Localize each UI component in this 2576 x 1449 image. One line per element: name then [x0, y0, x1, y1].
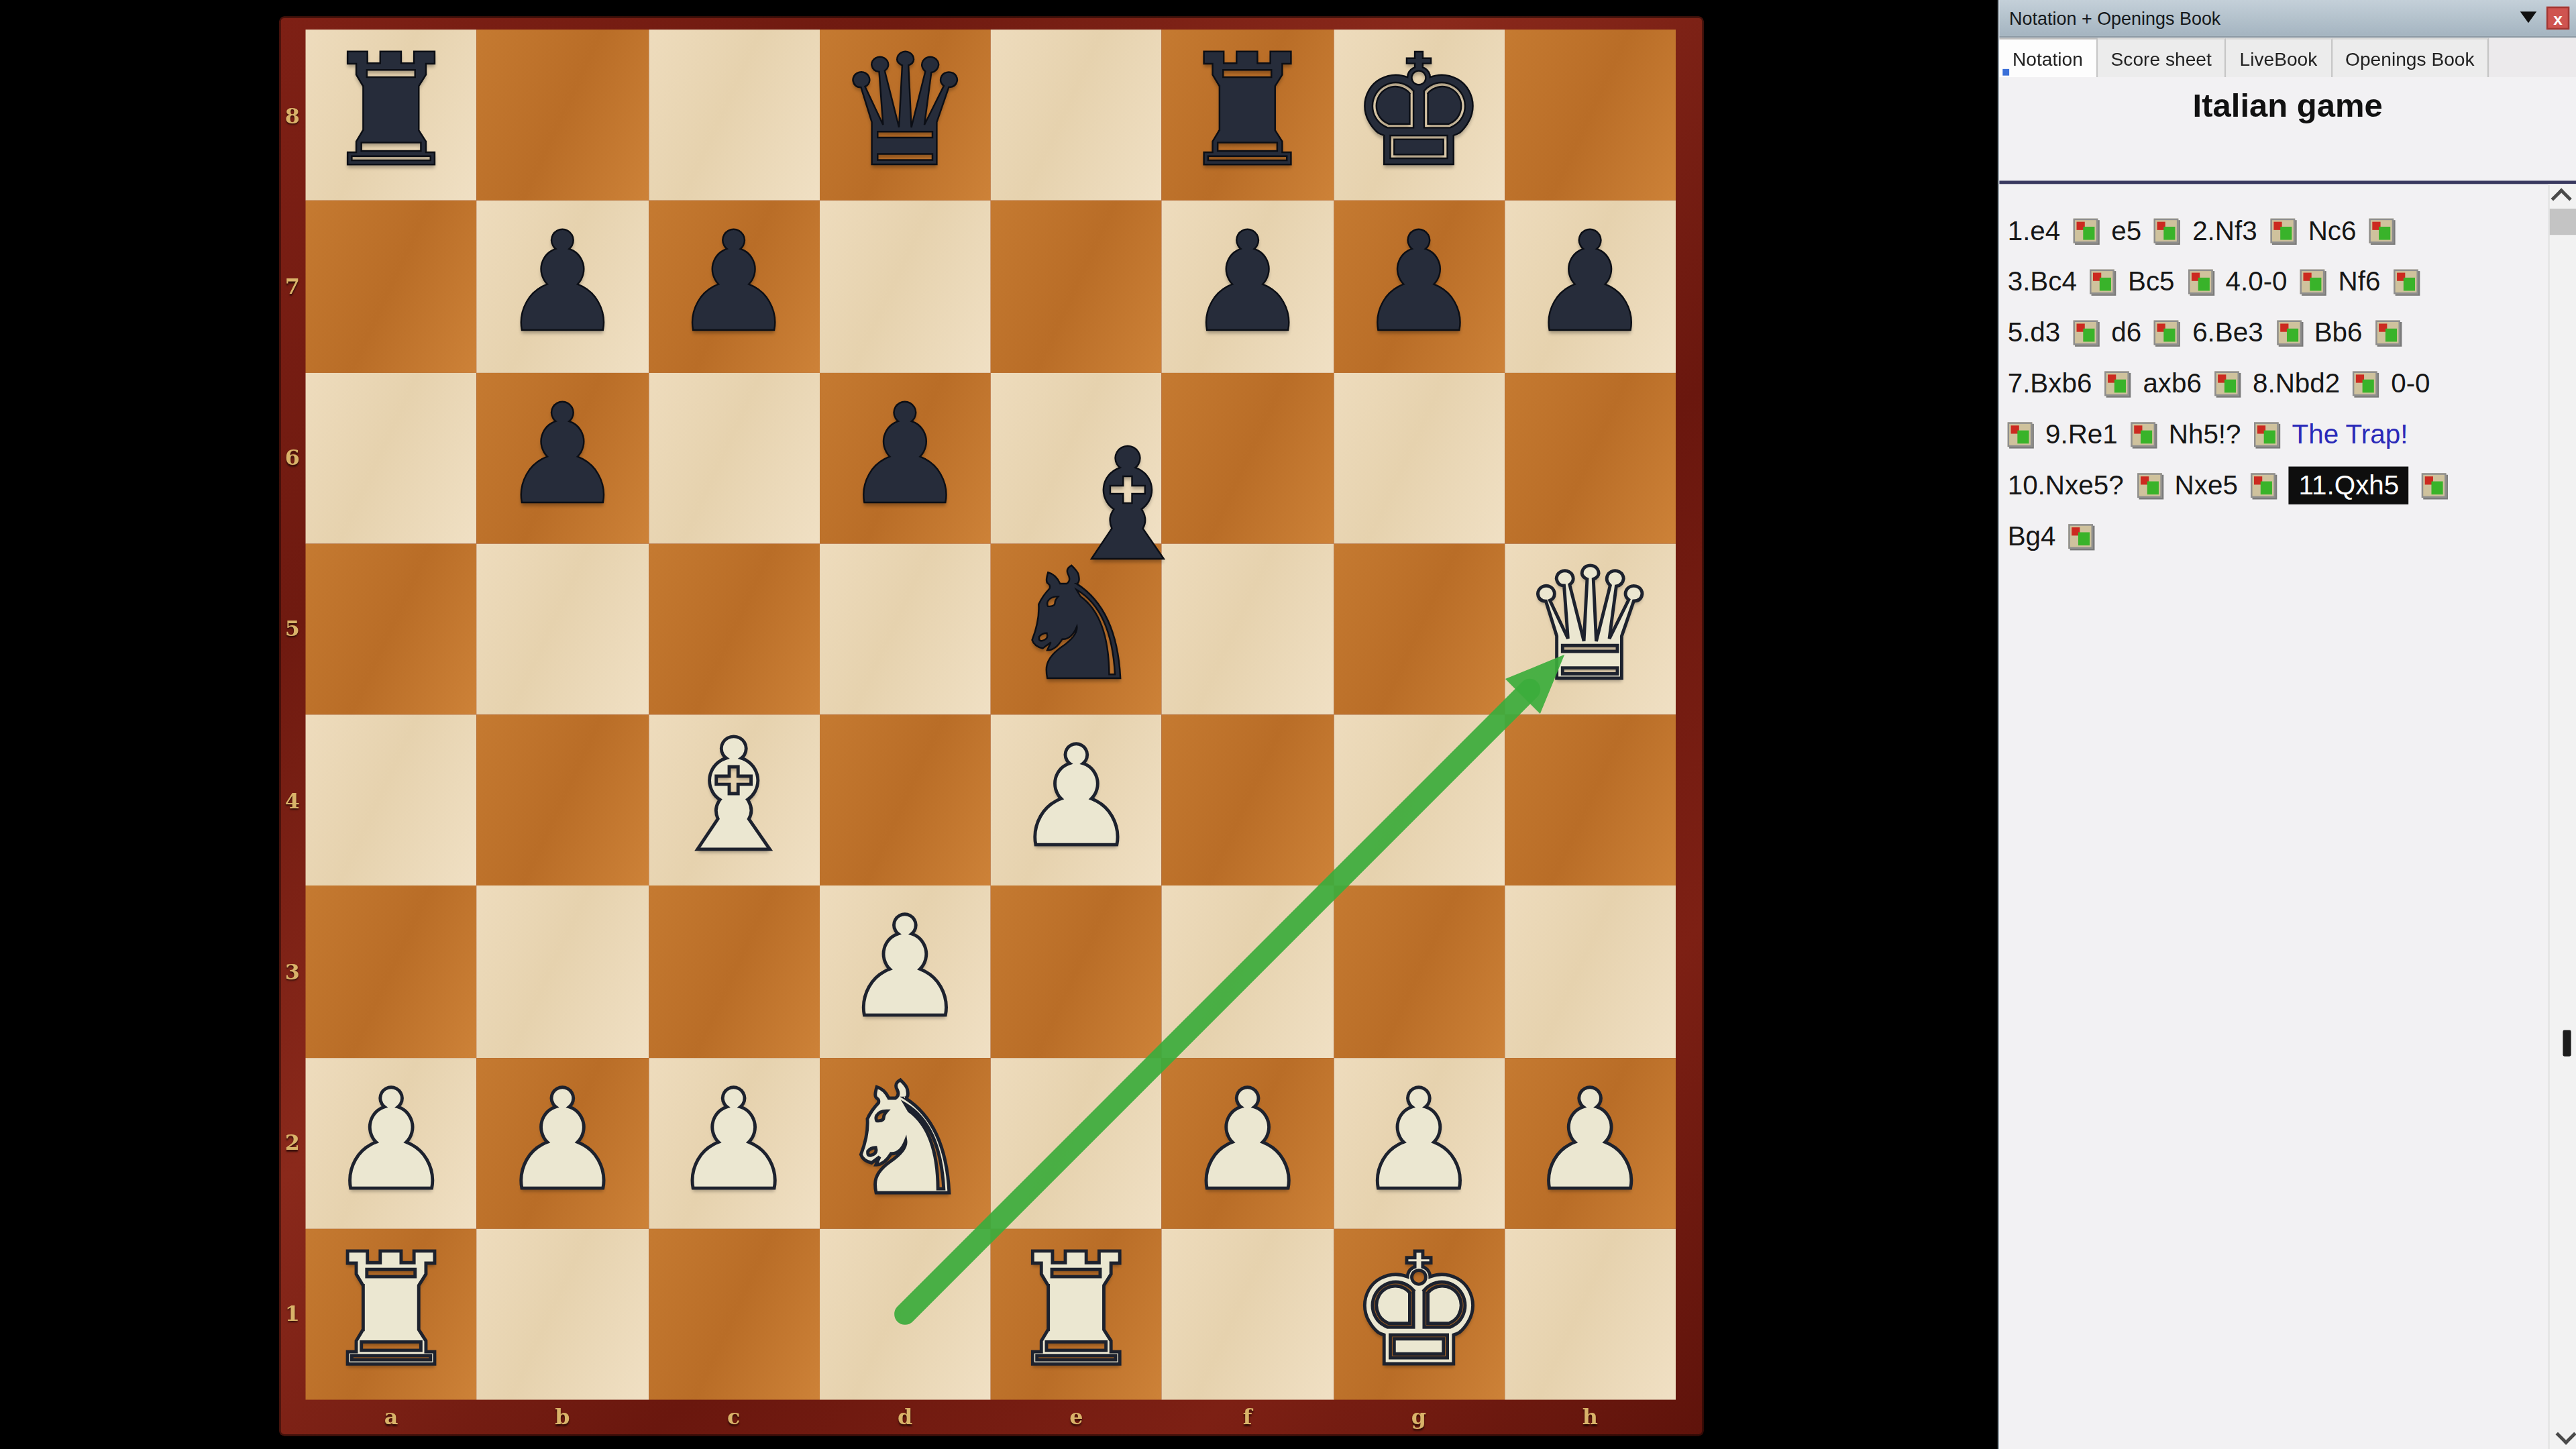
opening-book-icon[interactable]	[2137, 473, 2161, 498]
black-pawn-b7[interactable]: ♟	[477, 198, 648, 369]
white-rook-a1[interactable]: ♜	[306, 1226, 477, 1397]
black-pawn-c7[interactable]: ♟	[648, 198, 819, 369]
tab-strip: NotationScore sheetLiveBookOpenings Book	[1999, 38, 2576, 78]
white-knight-d2[interactable]: ♞	[820, 1054, 991, 1225]
opening-book-icon[interactable]	[2369, 219, 2394, 244]
tab-score-sheet[interactable]: Score sheet	[2098, 38, 2226, 77]
move-token[interactable]: 6.Be3	[2192, 317, 2263, 349]
opening-book-icon[interactable]	[2353, 371, 2378, 396]
move-token[interactable]: Nh5!?	[2169, 419, 2241, 450]
move-token[interactable]: d6	[2111, 317, 2141, 349]
black-queen-d8[interactable]: ♛	[820, 26, 991, 197]
current-move[interactable]: 11.Qxh5	[2289, 467, 2409, 504]
tab-openings-book[interactable]: Openings Book	[2332, 38, 2489, 77]
notation-line-6: 10.Nxe5?Nxe511.Qxh5	[2008, 460, 2540, 511]
black-pawn-d6[interactable]: ♟	[820, 369, 991, 540]
white-pawn-g2[interactable]: ♟	[1334, 1054, 1505, 1225]
move-token[interactable]: axb6	[2143, 368, 2202, 400]
opening-book-icon[interactable]	[2069, 524, 2094, 549]
chess-board-frame: 87654321 abcdefgh ♜♛♜♚♟♟♟♟♟♟♟♞♝♛♝♟♟♟♟♟♞♟…	[279, 16, 1703, 1436]
move-token[interactable]: 9.Re1	[2045, 419, 2118, 450]
board-background-wood: 87654321 abcdefgh ♜♛♜♚♟♟♟♟♟♟♟♞♝♛♝♟♟♟♟♟♞♟…	[0, 0, 1998, 1449]
white-rook-e1[interactable]: ♜	[991, 1226, 1162, 1397]
notation-line-2: 3.Bc4Bc54.0-0Nf6	[2008, 256, 2540, 307]
scroll-up-button[interactable]	[2550, 184, 2576, 209]
move-list: 1.e4e52.Nf3Nc63.Bc4Bc54.0-0Nf65.d3d66.Be…	[2008, 205, 2540, 561]
scrollbar[interactable]	[2548, 184, 2576, 1449]
close-icon[interactable]: x	[2546, 7, 2569, 30]
white-pawn-f2[interactable]: ♟	[1162, 1054, 1333, 1225]
dropdown-icon[interactable]	[2520, 11, 2536, 23]
move-token[interactable]: 0-0	[2391, 368, 2430, 400]
app-window: 87654321 abcdefgh ♜♛♜♚♟♟♟♟♟♟♟♞♝♛♝♟♟♟♟♟♞♟…	[0, 0, 2576, 1449]
black-bishop-e6[interactable]: ♝	[1042, 421, 1214, 592]
rank-label-1: 1	[279, 1228, 305, 1399]
opening-book-icon[interactable]	[2270, 219, 2295, 244]
black-pawn-b6[interactable]: ♟	[477, 369, 648, 540]
chevron-down-icon	[2555, 1424, 2575, 1445]
tab-livebook[interactable]: LiveBook	[2226, 38, 2332, 77]
black-rook-a8[interactable]: ♜	[306, 26, 477, 197]
black-pawn-g7[interactable]: ♟	[1334, 198, 1505, 369]
move-token[interactable]: Nc6	[2308, 215, 2357, 247]
rank-label-5: 5	[279, 543, 305, 714]
move-comment[interactable]: The Trap!	[2292, 419, 2408, 450]
move-token[interactable]: 8.Nbd2	[2253, 368, 2340, 400]
white-king-g1[interactable]: ♚	[1334, 1226, 1505, 1397]
opening-book-icon[interactable]	[2254, 422, 2279, 447]
chevron-up-icon	[2550, 189, 2571, 209]
opening-book-icon[interactable]	[2215, 371, 2240, 396]
move-token[interactable]: 7.Bxb6	[2008, 368, 2092, 400]
black-rook-f8[interactable]: ♜	[1162, 26, 1333, 197]
white-pawn-a2[interactable]: ♟	[306, 1054, 477, 1225]
file-label-b: b	[477, 1400, 648, 1433]
panel-title: Notation + Openings Book	[1999, 8, 2220, 28]
white-bishop-c4[interactable]: ♝	[648, 712, 819, 883]
file-label-g: g	[1333, 1400, 1504, 1433]
file-label-c: c	[648, 1400, 819, 1433]
white-queen-h5[interactable]: ♛	[1505, 540, 1676, 711]
move-token[interactable]: Nxe5	[2175, 470, 2238, 501]
black-king-g8[interactable]: ♚	[1334, 26, 1505, 197]
heading-divider	[1999, 180, 2576, 184]
notation-line-5: 9.Re1Nh5!?The Trap!	[2008, 409, 2540, 460]
white-pawn-e4[interactable]: ♟	[991, 712, 1162, 883]
opening-book-icon[interactable]	[2422, 473, 2447, 498]
move-token[interactable]: e5	[2111, 215, 2141, 247]
move-token[interactable]: 5.d3	[2008, 317, 2061, 349]
rank-label-3: 3	[279, 886, 305, 1057]
opening-book-icon[interactable]	[2155, 321, 2180, 345]
notation-line-1: 1.e4e52.Nf3Nc6	[2008, 205, 2540, 256]
move-token[interactable]: 2.Nf3	[2192, 215, 2257, 247]
move-token[interactable]: Bc5	[2128, 266, 2175, 298]
opening-book-icon[interactable]	[2276, 321, 2301, 345]
move-token[interactable]: 1.e4	[2008, 215, 2061, 247]
pieces-layer: ♜♛♜♚♟♟♟♟♟♟♟♞♝♛♝♟♟♟♟♟♞♟♟♟♜♜♚	[306, 30, 1676, 1399]
file-label-a: a	[306, 1400, 477, 1433]
rank-label-7: 7	[279, 201, 305, 372]
opening-book-icon[interactable]	[2188, 270, 2212, 294]
opening-book-icon[interactable]	[2131, 422, 2155, 447]
rank-label-8: 8	[279, 30, 305, 201]
move-token[interactable]: 3.Bc4	[2008, 266, 2077, 298]
tab-notation[interactable]: Notation	[1999, 38, 2098, 77]
white-pawn-b2[interactable]: ♟	[477, 1054, 648, 1225]
opening-book-icon[interactable]	[2090, 270, 2115, 294]
black-pawn-h7[interactable]: ♟	[1505, 198, 1676, 369]
rank-label-4: 4	[279, 714, 305, 885]
scroll-down-button[interactable]	[2550, 1424, 2576, 1449]
notation-line-4: 7.Bxb6axb68.Nbd20-0	[2008, 358, 2540, 409]
file-label-f: f	[1162, 1400, 1333, 1433]
file-label-d: d	[819, 1400, 990, 1433]
opening-name-heading: Italian game	[1999, 87, 2576, 125]
rank-label-6: 6	[279, 372, 305, 543]
file-label-e: e	[991, 1400, 1162, 1433]
opening-book-icon[interactable]	[2074, 321, 2098, 345]
move-token[interactable]: 4.0-0	[2225, 266, 2287, 298]
file-label-h: h	[1505, 1400, 1676, 1433]
white-pawn-d3[interactable]: ♟	[820, 883, 991, 1054]
move-token[interactable]: Bb6	[2314, 317, 2363, 349]
notation-panel: Notation + Openings Book x NotationScore…	[1998, 0, 2576, 1449]
move-token[interactable]: 10.Nxe5?	[2008, 470, 2124, 501]
move-token[interactable]: Bg4	[2008, 521, 2056, 552]
opening-book-icon[interactable]	[2105, 371, 2130, 396]
notation-content: Italian game 1.e4e52.Nf3Nc63.Bc4Bc54.0-0…	[1999, 77, 2576, 1449]
opening-book-icon[interactable]	[2155, 219, 2180, 244]
black-pawn-f7[interactable]: ♟	[1162, 198, 1333, 369]
notation-line-7: Bg4	[2008, 511, 2540, 562]
notation-line-3: 5.d3d66.Be3Bb6	[2008, 307, 2540, 358]
move-token[interactable]: Nf6	[2339, 266, 2381, 298]
mouse-cursor	[2563, 1030, 2571, 1057]
opening-book-icon[interactable]	[2008, 422, 2033, 447]
rank-label-2: 2	[279, 1057, 305, 1228]
opening-book-icon[interactable]	[2251, 473, 2276, 498]
panel-titlebar[interactable]: Notation + Openings Book x	[1999, 0, 2576, 38]
opening-book-icon[interactable]	[2375, 321, 2400, 345]
opening-book-icon[interactable]	[2300, 270, 2325, 294]
white-pawn-c2[interactable]: ♟	[648, 1054, 819, 1225]
scrollbar-thumb[interactable]	[2550, 209, 2576, 235]
opening-book-icon[interactable]	[2394, 270, 2418, 294]
opening-book-icon[interactable]	[2074, 219, 2098, 244]
white-pawn-h2[interactable]: ♟	[1505, 1054, 1676, 1225]
